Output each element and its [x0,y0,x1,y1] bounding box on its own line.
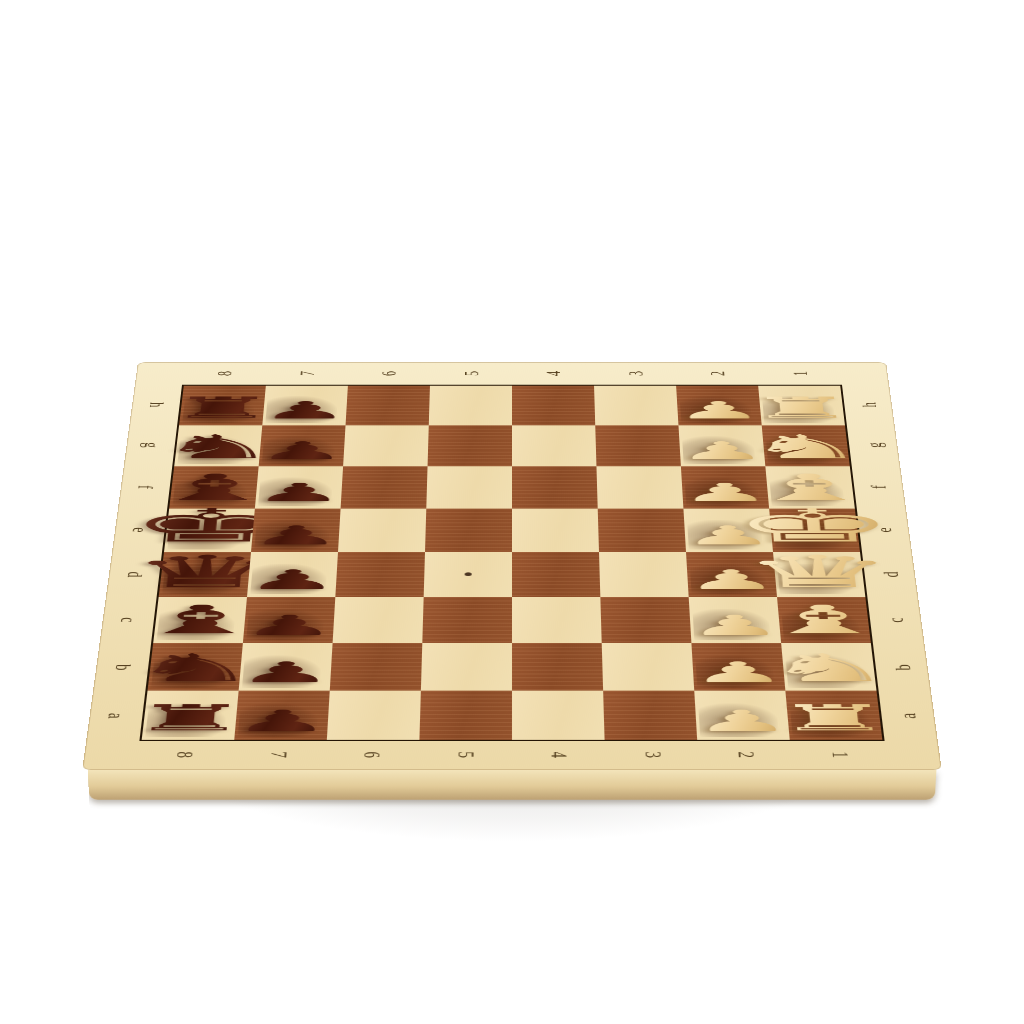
square-b5[interactable] [421,643,512,691]
coordinate-strip-back: 87654321 [182,365,841,381]
square-g1[interactable]: ♞ [762,425,850,466]
piece-shadow [243,655,322,687]
square-c5[interactable] [422,597,512,643]
black-pawn-icon: ♟ [240,612,338,638]
piece-shadow [696,655,774,687]
piece-shadow [151,655,230,687]
square-b7[interactable]: ♟ [239,643,333,691]
rank-label-back-7: 7 [296,371,317,376]
piece-black-pawn-h7[interactable]: ♟ [236,399,374,422]
piece-shadow [238,703,318,737]
square-h4[interactable] [512,386,595,426]
piece-white-pawn-e2[interactable]: ♟ [657,523,801,548]
board-front-face [88,770,937,800]
rank-label-front-3: 3 [640,752,664,758]
black-pawn-icon: ♟ [248,523,343,548]
rank-label-front-5: 5 [453,752,477,758]
file-label-left-a: a [104,713,128,719]
file-label-left-b: b [110,664,134,670]
black-bishop-icon: ♝ [130,601,270,638]
piece-black-pawn-b7[interactable]: ♟ [210,659,361,686]
rank-label-back-8: 8 [214,371,235,376]
square-c8[interactable]: ♝ [153,597,247,643]
rank-label-front-6: 6 [360,752,384,758]
square-c3[interactable] [600,597,691,643]
black-pawn-icon: ♟ [260,399,350,422]
square-b2[interactable]: ♟ [691,643,785,691]
white-pawn-icon: ♟ [689,659,788,686]
photo-canvas: 87654321 87654321 hgfedcba hgfedcba ♜♟♟♜… [0,0,1024,1024]
piece-shadow [699,703,779,737]
square-b3[interactable] [602,643,695,691]
piece-black-pawn-e7[interactable]: ♟ [223,523,367,548]
square-e4[interactable] [512,509,599,552]
black-pawn-icon: ♟ [236,659,335,686]
black-rook-icon: ♜ [128,701,251,735]
piece-black-pawn-a7[interactable]: ♟ [205,707,358,735]
square-g5[interactable] [428,425,512,466]
piece-shadow [157,609,235,640]
square-d4[interactable] [512,552,600,597]
piece-shadow [693,609,770,640]
piece-shadow [146,703,227,737]
square-b6[interactable] [330,643,423,691]
square-a4[interactable] [512,691,605,740]
rank-label-back-2: 2 [707,371,728,376]
piece-black-queen-d8[interactable]: ♛ [131,551,279,593]
black-pawn-icon: ♟ [231,707,332,735]
piece-shadow [247,609,324,640]
square-g8[interactable]: ♞ [174,425,262,466]
piece-black-knight-g8[interactable]: ♞ [147,431,288,462]
rank-label-front-7: 7 [266,752,290,758]
black-knight-icon: ♞ [156,431,280,462]
rank-label-back-4: 4 [543,371,564,376]
square-c1[interactable]: ♝ [777,597,871,643]
piece-shadow [786,655,865,687]
white-knight-icon: ♞ [762,650,896,686]
piece-white-pawn-c2[interactable]: ♟ [661,612,810,638]
square-e5[interactable] [425,509,512,552]
black-knight-icon: ♞ [128,650,262,686]
white-knight-icon: ♞ [744,431,868,462]
square-a3[interactable] [603,691,697,740]
square-d5[interactable] [424,552,512,597]
square-a8[interactable]: ♜ [142,691,239,740]
square-a1[interactable]: ♜ [785,691,882,740]
piece-black-pawn-c7[interactable]: ♟ [214,612,363,638]
piece-shadow [790,703,871,737]
rank-label-back-1: 1 [789,371,810,376]
square-c6[interactable] [333,597,424,643]
file-label-left-c: c [117,617,140,622]
piece-white-queen-d1[interactable]: ♛ [745,551,893,593]
rank-label-front-1: 1 [827,752,851,758]
piece-white-knight-g1[interactable]: ♞ [735,431,876,462]
white-pawn-icon: ♟ [692,707,793,735]
coordinate-strip-front: 87654321 [137,744,888,765]
center-dot [464,572,471,576]
white-rook-icon: ♜ [773,701,896,735]
piece-shadow [782,609,860,640]
rank-label-front-2: 2 [734,752,758,758]
square-g4[interactable] [512,425,596,466]
square-f4[interactable] [512,466,598,508]
white-pawn-icon: ♟ [681,523,776,548]
file-label-right-c: c [884,617,907,622]
square-b8[interactable]: ♞ [148,643,243,691]
white-pawn-icon: ♟ [674,399,764,422]
square-d8[interactable]: ♛ [159,552,251,597]
rank-label-back-6: 6 [378,371,399,376]
square-d1[interactable]: ♛ [773,552,865,597]
square-h5[interactable] [429,386,512,426]
square-c4[interactable] [512,597,602,643]
square-b4[interactable] [512,643,603,691]
playing-area: ♜♟♟♜♞♟♟♞♝♟♟♝♚♟♟♚♛♟♟♛♝♟♟♝♞♟♟♞♜♟♟♜ [139,385,884,741]
white-pawn-icon: ♟ [686,612,784,638]
square-a6[interactable] [327,691,421,740]
piece-black-bishop-c8[interactable]: ♝ [125,601,275,638]
square-a5[interactable] [419,691,512,740]
rank-label-back-3: 3 [625,371,646,376]
square-b1[interactable]: ♞ [781,643,876,691]
chess-board: 87654321 87654321 hgfedcba hgfedcba ♜♟♟♜… [82,362,942,769]
rank-label-back-5: 5 [461,371,482,376]
perspective-scene: 87654321 87654321 hgfedcba hgfedcba ♜♟♟♜… [0,0,1024,1024]
piece-white-pawn-h2[interactable]: ♟ [650,399,788,422]
file-label-right-a: a [896,713,920,719]
square-a7[interactable]: ♟ [234,691,330,740]
rank-label-front-4: 4 [547,752,571,758]
square-f5[interactable] [426,466,512,508]
white-bishop-icon: ♝ [754,601,894,638]
file-label-right-b: b [890,664,914,670]
rank-label-front-8: 8 [172,752,196,758]
piece-white-pawn-a2[interactable]: ♟ [666,707,819,735]
piece-white-pawn-b2[interactable]: ♟ [663,659,814,686]
square-a2[interactable]: ♟ [694,691,790,740]
